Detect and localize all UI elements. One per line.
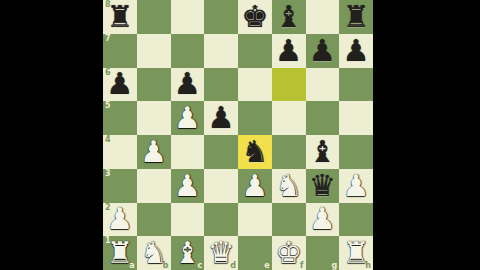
piece-white-pawn[interactable]: ♟ — [339, 169, 373, 203]
square-g2[interactable]: ♟ — [306, 203, 340, 237]
square-b6[interactable] — [137, 68, 171, 102]
square-b2[interactable] — [137, 203, 171, 237]
rank-label-3: 3 — [105, 169, 111, 179]
square-b3[interactable] — [137, 169, 171, 203]
piece-white-pawn[interactable]: ♟ — [171, 169, 205, 203]
square-a4[interactable]: 4 — [103, 135, 137, 169]
square-h4[interactable] — [339, 135, 373, 169]
file-label-e: e — [264, 261, 269, 270]
screen: { "game": "chess", "position": { "fen": … — [0, 0, 480, 270]
piece-white-knight[interactable]: ♞ — [137, 236, 171, 270]
square-g4[interactable]: ♝ — [306, 135, 340, 169]
piece-white-rook[interactable]: ♜ — [103, 236, 137, 270]
square-h5[interactable] — [339, 101, 373, 135]
piece-white-pawn[interactable]: ♟ — [171, 101, 205, 135]
piece-white-pawn[interactable]: ♟ — [103, 203, 137, 237]
square-f8[interactable]: ♝ — [272, 0, 306, 34]
square-d7[interactable] — [204, 34, 238, 68]
square-b8[interactable] — [137, 0, 171, 34]
square-c8[interactable] — [171, 0, 205, 34]
square-g1[interactable]: g — [306, 236, 340, 270]
square-h1[interactable]: h♜ — [339, 236, 373, 270]
piece-black-bishop[interactable]: ♝ — [272, 0, 306, 34]
piece-black-rook[interactable]: ♜ — [103, 0, 137, 34]
square-f5[interactable] — [272, 101, 306, 135]
square-b5[interactable] — [137, 101, 171, 135]
square-e5[interactable] — [238, 101, 272, 135]
square-e6[interactable] — [238, 68, 272, 102]
piece-black-rook[interactable]: ♜ — [339, 0, 373, 34]
letterbox-left — [0, 0, 103, 270]
square-g7[interactable]: ♟ — [306, 34, 340, 68]
square-d6[interactable] — [204, 68, 238, 102]
rank-label-7: 7 — [105, 34, 111, 44]
rank-label-4: 4 — [105, 135, 111, 145]
square-e7[interactable] — [238, 34, 272, 68]
square-f7[interactable]: ♟ — [272, 34, 306, 68]
square-b4[interactable]: ♟ — [137, 135, 171, 169]
square-d5[interactable]: ♟ — [204, 101, 238, 135]
piece-black-pawn[interactable]: ♟ — [103, 68, 137, 102]
piece-white-queen[interactable]: ♛ — [204, 236, 238, 270]
square-h7[interactable]: ♟ — [339, 34, 373, 68]
piece-white-pawn[interactable]: ♟ — [238, 169, 272, 203]
square-d2[interactable] — [204, 203, 238, 237]
piece-black-pawn[interactable]: ♟ — [306, 34, 340, 68]
square-c6[interactable]: ♟ — [171, 68, 205, 102]
square-a2[interactable]: 2♟ — [103, 203, 137, 237]
square-d1[interactable]: d♛ — [204, 236, 238, 270]
piece-white-bishop[interactable]: ♝ — [171, 236, 205, 270]
square-h8[interactable]: ♜ — [339, 0, 373, 34]
square-c3[interactable]: ♟ — [171, 169, 205, 203]
square-c5[interactable]: ♟ — [171, 101, 205, 135]
piece-white-knight[interactable]: ♞ — [272, 169, 306, 203]
square-g6[interactable] — [306, 68, 340, 102]
square-a5[interactable]: 5 — [103, 101, 137, 135]
square-f3[interactable]: ♞ — [272, 169, 306, 203]
square-a6[interactable]: 6♟ — [103, 68, 137, 102]
piece-black-queen[interactable]: ♛ — [306, 169, 340, 203]
square-h3[interactable]: ♟ — [339, 169, 373, 203]
piece-black-knight[interactable]: ♞ — [238, 135, 272, 169]
square-a3[interactable]: 3 — [103, 169, 137, 203]
square-d4[interactable] — [204, 135, 238, 169]
piece-black-pawn[interactable]: ♟ — [204, 101, 238, 135]
piece-white-pawn[interactable]: ♟ — [306, 203, 340, 237]
square-c4[interactable] — [171, 135, 205, 169]
square-d3[interactable] — [204, 169, 238, 203]
square-d8[interactable] — [204, 0, 238, 34]
square-b7[interactable] — [137, 34, 171, 68]
rank-label-5: 5 — [105, 101, 111, 111]
square-f6[interactable] — [272, 68, 306, 102]
square-c7[interactable] — [171, 34, 205, 68]
square-e1[interactable]: e — [238, 236, 272, 270]
square-g8[interactable] — [306, 0, 340, 34]
square-f2[interactable] — [272, 203, 306, 237]
piece-black-bishop[interactable]: ♝ — [306, 135, 340, 169]
square-e8[interactable]: ♚ — [238, 0, 272, 34]
square-h6[interactable] — [339, 68, 373, 102]
square-a8[interactable]: 8♜ — [103, 0, 137, 34]
file-label-g: g — [332, 261, 338, 270]
piece-white-rook[interactable]: ♜ — [339, 236, 373, 270]
piece-black-pawn[interactable]: ♟ — [339, 34, 373, 68]
square-c1[interactable]: c♝ — [171, 236, 205, 270]
square-e2[interactable] — [238, 203, 272, 237]
square-f1[interactable]: f♚ — [272, 236, 306, 270]
piece-white-pawn[interactable]: ♟ — [137, 135, 171, 169]
chess-board: 8♜♚♝♜7♟♟♟6♟♟5♟♟4♟♞♝3♟♟♞♛♟2♟♟1a♜b♞c♝d♛ef♚… — [103, 0, 373, 270]
square-f4[interactable] — [272, 135, 306, 169]
letterbox-right — [373, 0, 480, 270]
piece-black-pawn[interactable]: ♟ — [171, 68, 205, 102]
square-h2[interactable] — [339, 203, 373, 237]
square-e3[interactable]: ♟ — [238, 169, 272, 203]
square-g5[interactable] — [306, 101, 340, 135]
piece-white-king[interactable]: ♚ — [272, 236, 306, 270]
piece-black-king[interactable]: ♚ — [238, 0, 272, 34]
square-e4[interactable]: ♞ — [238, 135, 272, 169]
square-g3[interactable]: ♛ — [306, 169, 340, 203]
square-b1[interactable]: b♞ — [137, 236, 171, 270]
square-c2[interactable] — [171, 203, 205, 237]
square-a7[interactable]: 7 — [103, 34, 137, 68]
square-a1[interactable]: 1a♜ — [103, 236, 137, 270]
piece-black-pawn[interactable]: ♟ — [272, 34, 306, 68]
